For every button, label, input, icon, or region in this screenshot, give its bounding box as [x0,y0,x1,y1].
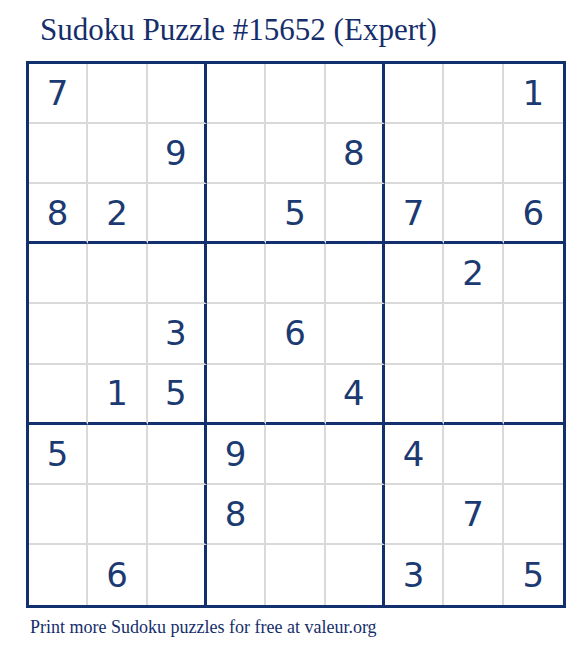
sudoku-cell-r5c8-empty [444,304,503,364]
sudoku-cell-r1c4-empty [207,64,266,124]
sudoku-cell-r3c4-empty [207,184,266,244]
sudoku-cell-r9c8-empty [444,545,503,605]
sudoku-cell-r1c5-empty [266,64,325,124]
sudoku-cell-r3c3-empty [148,184,207,244]
sudoku-cell-r7c2-empty [88,425,147,485]
sudoku-cell-r8c4-given: 8 [207,485,266,545]
sudoku-cell-r4c6-empty [326,244,385,304]
sudoku-cell-r2c6-given: 8 [326,124,385,184]
sudoku-cell-r6c9-empty [504,365,563,425]
sudoku-cell-r5c7-empty [385,304,444,364]
sudoku-cell-r3c2-given: 2 [88,184,147,244]
sudoku-cell-r9c3-empty [148,545,207,605]
sudoku-cell-r5c1-empty [29,304,88,364]
sudoku-cell-r2c7-empty [385,124,444,184]
sudoku-cell-r1c1-given: 7 [29,64,88,124]
sudoku-cell-r5c2-empty [88,304,147,364]
sudoku-cell-r9c7-given: 3 [385,545,444,605]
sudoku-cell-r8c7-empty [385,485,444,545]
sudoku-cell-r2c4-empty [207,124,266,184]
sudoku-cell-r4c9-empty [504,244,563,304]
sudoku-cell-r8c8-given: 7 [444,485,503,545]
sudoku-cell-r8c1-empty [29,485,88,545]
sudoku-cell-r4c4-empty [207,244,266,304]
sudoku-cell-r7c3-empty [148,425,207,485]
sudoku-cell-r8c5-empty [266,485,325,545]
puzzle-title: Sudoku Puzzle #15652 (Expert) [40,12,437,48]
sudoku-cell-r7c5-empty [266,425,325,485]
sudoku-cell-r1c3-empty [148,64,207,124]
sudoku-cell-r2c3-given: 9 [148,124,207,184]
sudoku-cell-r8c6-empty [326,485,385,545]
sudoku-cell-r5c6-empty [326,304,385,364]
sudoku-cell-r3c8-empty [444,184,503,244]
sudoku-cell-r6c2-given: 1 [88,365,147,425]
sudoku-cell-r6c8-empty [444,365,503,425]
sudoku-cell-r1c6-empty [326,64,385,124]
sudoku-cell-r1c2-empty [88,64,147,124]
sudoku-cell-r2c2-empty [88,124,147,184]
sudoku-cell-r4c2-empty [88,244,147,304]
sudoku-cell-r2c1-empty [29,124,88,184]
sudoku-board: 71988257623615459487635 [26,61,566,608]
sudoku-cell-r1c9-given: 1 [504,64,563,124]
sudoku-cell-r7c4-given: 9 [207,425,266,485]
sudoku-cell-r7c9-empty [504,425,563,485]
sudoku-cell-r8c3-empty [148,485,207,545]
sudoku-cell-r7c8-empty [444,425,503,485]
sudoku-cell-r3c9-given: 6 [504,184,563,244]
sudoku-cell-r3c7-given: 7 [385,184,444,244]
sudoku-cell-r9c9-given: 5 [504,545,563,605]
sudoku-cell-r9c1-empty [29,545,88,605]
sudoku-cell-r9c6-empty [326,545,385,605]
sudoku-cell-r6c3-given: 5 [148,365,207,425]
sudoku-cell-r7c6-empty [326,425,385,485]
footer-text: Print more Sudoku puzzles for free at va… [30,617,377,638]
sudoku-cell-r5c4-empty [207,304,266,364]
sudoku-cell-r6c6-given: 4 [326,365,385,425]
sudoku-cell-r9c5-empty [266,545,325,605]
sudoku-cell-r9c2-given: 6 [88,545,147,605]
sudoku-cell-r4c1-empty [29,244,88,304]
sudoku-cell-r4c3-empty [148,244,207,304]
sudoku-cell-r6c7-empty [385,365,444,425]
sudoku-cell-r4c7-empty [385,244,444,304]
sudoku-cell-r7c7-given: 4 [385,425,444,485]
sudoku-cell-r2c5-empty [266,124,325,184]
sudoku-cell-r3c1-given: 8 [29,184,88,244]
sudoku-cell-r4c8-given: 2 [444,244,503,304]
sudoku-cell-r1c7-empty [385,64,444,124]
sudoku-cell-r5c3-given: 3 [148,304,207,364]
sudoku-cell-r5c5-given: 6 [266,304,325,364]
sudoku-cell-r2c8-empty [444,124,503,184]
sudoku-page: Sudoku Puzzle #15652 (Expert) 7198825762… [0,0,580,651]
sudoku-cell-r5c9-empty [504,304,563,364]
sudoku-cell-r9c4-empty [207,545,266,605]
sudoku-cell-r3c5-given: 5 [266,184,325,244]
sudoku-cell-r4c5-empty [266,244,325,304]
sudoku-cell-r6c4-empty [207,365,266,425]
sudoku-cell-r7c1-given: 5 [29,425,88,485]
sudoku-cell-r2c9-empty [504,124,563,184]
sudoku-cell-r1c8-empty [444,64,503,124]
sudoku-cell-r8c9-empty [504,485,563,545]
sudoku-cell-r8c2-empty [88,485,147,545]
sudoku-cell-r3c6-empty [326,184,385,244]
sudoku-cell-r6c5-empty [266,365,325,425]
sudoku-cell-r6c1-empty [29,365,88,425]
